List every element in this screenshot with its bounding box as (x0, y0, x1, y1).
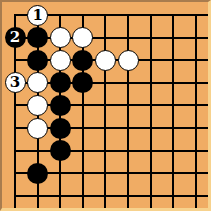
grid-line-vertical (195, 14, 197, 208)
black-stone (27, 50, 48, 71)
grid-line-vertical (104, 14, 106, 208)
black-stone (27, 27, 48, 48)
grid-line-horizontal (14, 195, 208, 197)
grid-line-vertical (172, 14, 174, 208)
white-stone (50, 27, 71, 48)
grid-line-vertical (150, 14, 152, 208)
black-stone (50, 140, 71, 161)
black-stone (72, 50, 93, 71)
move-2-stone: 2 (5, 27, 26, 48)
move-number-label: 1 (32, 7, 42, 22)
black-stone (27, 163, 48, 184)
white-stone (72, 27, 93, 48)
grid-line-horizontal (14, 150, 208, 152)
grid-line-vertical (127, 14, 129, 208)
move-number-label: 3 (10, 75, 20, 90)
black-stone (50, 72, 71, 93)
white-stone (27, 95, 48, 116)
white-stone (27, 118, 48, 139)
move-1-stone: 1 (27, 5, 48, 26)
white-stone (27, 72, 48, 93)
move-3-stone: 3 (5, 72, 26, 93)
white-stone (118, 50, 139, 71)
go-board: 123 (0, 0, 211, 211)
black-stone (72, 72, 93, 93)
white-stone (95, 50, 116, 71)
move-number-label: 2 (10, 30, 20, 45)
white-stone (50, 50, 71, 71)
black-stone (50, 95, 71, 116)
black-stone (50, 118, 71, 139)
